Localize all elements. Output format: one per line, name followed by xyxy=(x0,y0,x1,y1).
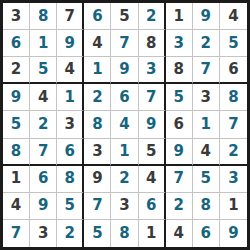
cell-r9c1[interactable]: 7 xyxy=(3,220,30,247)
cell-r9c5[interactable]: 8 xyxy=(111,220,138,247)
cell-r6c5[interactable]: 1 xyxy=(111,139,138,166)
cell-r2c4[interactable]: 4 xyxy=(84,30,111,57)
cell-r9c7[interactable]: 4 xyxy=(166,220,193,247)
cell-r5c2[interactable]: 2 xyxy=(30,111,57,138)
cell-r1c4[interactable]: 6 xyxy=(84,3,111,30)
cell-r7c2[interactable]: 6 xyxy=(30,166,57,193)
cell-r9c3[interactable]: 2 xyxy=(57,220,84,247)
cell-r8c9[interactable]: 1 xyxy=(220,193,247,220)
cell-r2c6[interactable]: 8 xyxy=(139,30,166,57)
cell-r6c3[interactable]: 6 xyxy=(57,139,84,166)
cell-r5c9[interactable]: 7 xyxy=(220,111,247,138)
cell-r4c1[interactable]: 9 xyxy=(3,84,30,111)
cell-r3c2[interactable]: 5 xyxy=(30,57,57,84)
cell-r6c7[interactable]: 9 xyxy=(166,139,193,166)
cell-r8c6[interactable]: 6 xyxy=(139,193,166,220)
cell-r8c8[interactable]: 8 xyxy=(193,193,220,220)
cell-r4c8[interactable]: 3 xyxy=(193,84,220,111)
cell-r7c9[interactable]: 3 xyxy=(220,166,247,193)
cell-r2c2[interactable]: 1 xyxy=(30,30,57,57)
cell-r6c6[interactable]: 5 xyxy=(139,139,166,166)
cell-r7c7[interactable]: 7 xyxy=(166,166,193,193)
cell-r7c5[interactable]: 2 xyxy=(111,166,138,193)
cell-r3c7[interactable]: 8 xyxy=(166,57,193,84)
cell-r7c1[interactable]: 1 xyxy=(3,166,30,193)
cell-r9c4[interactable]: 5 xyxy=(84,220,111,247)
cell-r8c7[interactable]: 2 xyxy=(166,193,193,220)
cell-r4c4[interactable]: 2 xyxy=(84,84,111,111)
cell-r7c6[interactable]: 4 xyxy=(139,166,166,193)
cell-r5c5[interactable]: 4 xyxy=(111,111,138,138)
cell-r1c3[interactable]: 7 xyxy=(57,3,84,30)
cell-r1c6[interactable]: 2 xyxy=(139,3,166,30)
cell-r3c1[interactable]: 2 xyxy=(3,57,30,84)
cell-r8c5[interactable]: 3 xyxy=(111,193,138,220)
cell-r2c1[interactable]: 6 xyxy=(3,30,30,57)
cell-r5c3[interactable]: 3 xyxy=(57,111,84,138)
cell-r4c3[interactable]: 1 xyxy=(57,84,84,111)
cell-r2c9[interactable]: 5 xyxy=(220,30,247,57)
cell-r3c9[interactable]: 6 xyxy=(220,57,247,84)
cell-r1c2[interactable]: 8 xyxy=(30,3,57,30)
cell-r4c6[interactable]: 7 xyxy=(139,84,166,111)
cell-r5c4[interactable]: 8 xyxy=(84,111,111,138)
cell-r9c8[interactable]: 6 xyxy=(193,220,220,247)
cell-r5c7[interactable]: 6 xyxy=(166,111,193,138)
cell-r9c6[interactable]: 1 xyxy=(139,220,166,247)
cell-r4c9[interactable]: 8 xyxy=(220,84,247,111)
cell-r7c4[interactable]: 9 xyxy=(84,166,111,193)
cell-r8c4[interactable]: 7 xyxy=(84,193,111,220)
cell-r8c3[interactable]: 5 xyxy=(57,193,84,220)
cell-r1c5[interactable]: 5 xyxy=(111,3,138,30)
cell-r8c1[interactable]: 4 xyxy=(3,193,30,220)
cell-r6c2[interactable]: 7 xyxy=(30,139,57,166)
cell-r2c3[interactable]: 9 xyxy=(57,30,84,57)
cell-r3c8[interactable]: 7 xyxy=(193,57,220,84)
cell-r8c2[interactable]: 9 xyxy=(30,193,57,220)
cell-r2c5[interactable]: 7 xyxy=(111,30,138,57)
cell-r1c1[interactable]: 3 xyxy=(3,3,30,30)
sudoku-board: 3876521946194783252541938769412675385238… xyxy=(0,0,250,250)
cell-r7c3[interactable]: 8 xyxy=(57,166,84,193)
cell-r1c8[interactable]: 9 xyxy=(193,3,220,30)
cell-r3c4[interactable]: 1 xyxy=(84,57,111,84)
cell-r3c5[interactable]: 9 xyxy=(111,57,138,84)
cell-r4c7[interactable]: 5 xyxy=(166,84,193,111)
cell-r4c5[interactable]: 6 xyxy=(111,84,138,111)
cell-r1c7[interactable]: 1 xyxy=(166,3,193,30)
cell-r5c8[interactable]: 1 xyxy=(193,111,220,138)
cell-r3c6[interactable]: 3 xyxy=(139,57,166,84)
cell-r5c6[interactable]: 9 xyxy=(139,111,166,138)
cell-r6c1[interactable]: 8 xyxy=(3,139,30,166)
cell-r4c2[interactable]: 4 xyxy=(30,84,57,111)
cell-r1c9[interactable]: 4 xyxy=(220,3,247,30)
cell-r9c9[interactable]: 9 xyxy=(220,220,247,247)
cell-r9c2[interactable]: 3 xyxy=(30,220,57,247)
cell-r2c7[interactable]: 3 xyxy=(166,30,193,57)
cell-r6c9[interactable]: 2 xyxy=(220,139,247,166)
cell-r6c4[interactable]: 3 xyxy=(84,139,111,166)
cell-r7c8[interactable]: 5 xyxy=(193,166,220,193)
cell-r5c1[interactable]: 5 xyxy=(3,111,30,138)
cell-r2c8[interactable]: 2 xyxy=(193,30,220,57)
cell-r6c8[interactable]: 4 xyxy=(193,139,220,166)
cell-r3c3[interactable]: 4 xyxy=(57,57,84,84)
